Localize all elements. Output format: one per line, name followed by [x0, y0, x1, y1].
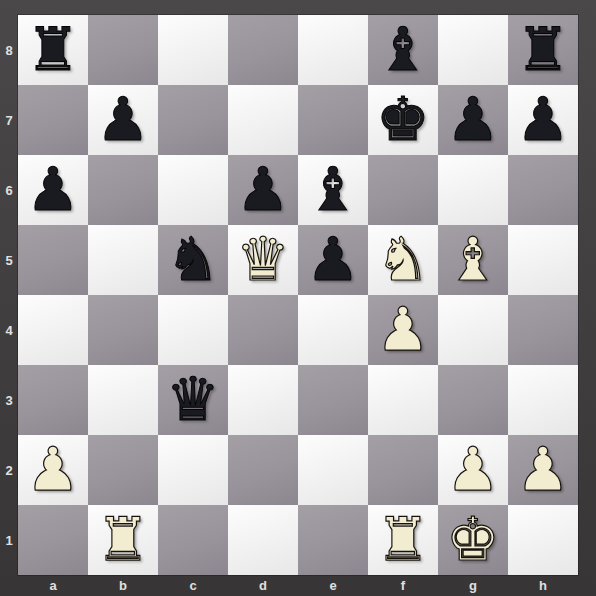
- square-c6[interactable]: [158, 155, 228, 225]
- piece-white-pawn[interactable]: ♟: [516, 439, 570, 502]
- piece-white-knight[interactable]: ♞: [376, 229, 430, 292]
- square-b5[interactable]: [88, 225, 158, 295]
- square-c8[interactable]: [158, 15, 228, 85]
- file-label-e: e: [298, 575, 368, 596]
- piece-black-king[interactable]: ♚: [376, 89, 430, 152]
- file-label-g: g: [438, 575, 508, 596]
- square-h3[interactable]: [508, 365, 578, 435]
- piece-black-pawn[interactable]: ♟: [26, 159, 80, 222]
- square-d2[interactable]: [228, 435, 298, 505]
- square-b7[interactable]: ♟: [88, 85, 158, 155]
- square-c7[interactable]: [158, 85, 228, 155]
- square-g7[interactable]: ♟: [438, 85, 508, 155]
- square-f4[interactable]: ♟: [368, 295, 438, 365]
- piece-black-queen[interactable]: ♛: [166, 369, 220, 432]
- square-f5[interactable]: ♞: [368, 225, 438, 295]
- square-d7[interactable]: [228, 85, 298, 155]
- square-f2[interactable]: [368, 435, 438, 505]
- file-label-a: a: [18, 575, 88, 596]
- square-d4[interactable]: [228, 295, 298, 365]
- square-g1[interactable]: ♚: [438, 505, 508, 575]
- rank-label-5: 5: [0, 225, 18, 295]
- square-g4[interactable]: [438, 295, 508, 365]
- square-e4[interactable]: [298, 295, 368, 365]
- square-a2[interactable]: ♟: [18, 435, 88, 505]
- chess-board-frame: 87654321 ♜♝♜♟♚♟♟♟♟♝♞♛♟♞♝♟♛♟♟♟♜♜♚ abcdefg…: [0, 0, 596, 596]
- square-h2[interactable]: ♟: [508, 435, 578, 505]
- square-h1[interactable]: [508, 505, 578, 575]
- piece-white-pawn[interactable]: ♟: [446, 439, 500, 502]
- piece-black-pawn[interactable]: ♟: [516, 89, 570, 152]
- piece-black-pawn[interactable]: ♟: [446, 89, 500, 152]
- square-d8[interactable]: [228, 15, 298, 85]
- piece-white-king[interactable]: ♚: [446, 509, 500, 572]
- square-g5[interactable]: ♝: [438, 225, 508, 295]
- square-h6[interactable]: [508, 155, 578, 225]
- square-f3[interactable]: [368, 365, 438, 435]
- piece-black-pawn[interactable]: ♟: [96, 89, 150, 152]
- piece-white-queen[interactable]: ♛: [236, 229, 290, 292]
- rank-label-3: 3: [0, 365, 18, 435]
- piece-black-knight[interactable]: ♞: [166, 229, 220, 292]
- rank-label-2: 2: [0, 435, 18, 505]
- square-e8[interactable]: [298, 15, 368, 85]
- piece-white-pawn[interactable]: ♟: [26, 439, 80, 502]
- piece-black-bishop[interactable]: ♝: [376, 19, 430, 82]
- piece-white-rook[interactable]: ♜: [376, 509, 430, 572]
- piece-black-rook[interactable]: ♜: [516, 19, 570, 82]
- rank-label-4: 4: [0, 295, 18, 365]
- square-e5[interactable]: ♟: [298, 225, 368, 295]
- file-label-f: f: [368, 575, 438, 596]
- piece-white-pawn[interactable]: ♟: [376, 299, 430, 362]
- square-e1[interactable]: [298, 505, 368, 575]
- file-label-d: d: [228, 575, 298, 596]
- piece-black-pawn[interactable]: ♟: [236, 159, 290, 222]
- square-h7[interactable]: ♟: [508, 85, 578, 155]
- file-label-b: b: [88, 575, 158, 596]
- piece-white-bishop[interactable]: ♝: [446, 229, 500, 292]
- square-c4[interactable]: [158, 295, 228, 365]
- square-b4[interactable]: [88, 295, 158, 365]
- rank-label-8: 8: [0, 15, 18, 85]
- square-d1[interactable]: [228, 505, 298, 575]
- square-e7[interactable]: [298, 85, 368, 155]
- square-f6[interactable]: [368, 155, 438, 225]
- square-d3[interactable]: [228, 365, 298, 435]
- square-c1[interactable]: [158, 505, 228, 575]
- rank-label-1: 1: [0, 505, 18, 575]
- square-e2[interactable]: [298, 435, 368, 505]
- rank-label-6: 6: [0, 155, 18, 225]
- square-g8[interactable]: [438, 15, 508, 85]
- square-c2[interactable]: [158, 435, 228, 505]
- file-label-c: c: [158, 575, 228, 596]
- piece-black-bishop[interactable]: ♝: [306, 159, 360, 222]
- chess-board: ♜♝♜♟♚♟♟♟♟♝♞♛♟♞♝♟♛♟♟♟♜♜♚: [18, 15, 578, 575]
- square-a3[interactable]: [18, 365, 88, 435]
- square-d5[interactable]: ♛: [228, 225, 298, 295]
- square-e6[interactable]: ♝: [298, 155, 368, 225]
- square-f8[interactable]: ♝: [368, 15, 438, 85]
- square-b1[interactable]: ♜: [88, 505, 158, 575]
- square-b6[interactable]: [88, 155, 158, 225]
- square-d6[interactable]: ♟: [228, 155, 298, 225]
- piece-black-rook[interactable]: ♜: [26, 19, 80, 82]
- square-h8[interactable]: ♜: [508, 15, 578, 85]
- square-a7[interactable]: [18, 85, 88, 155]
- square-a4[interactable]: [18, 295, 88, 365]
- piece-black-pawn[interactable]: ♟: [306, 229, 360, 292]
- square-e3[interactable]: [298, 365, 368, 435]
- square-f7[interactable]: ♚: [368, 85, 438, 155]
- file-labels: abcdefgh: [18, 575, 578, 596]
- piece-white-rook[interactable]: ♜: [96, 509, 150, 572]
- square-g3[interactable]: [438, 365, 508, 435]
- square-b3[interactable]: [88, 365, 158, 435]
- square-h5[interactable]: [508, 225, 578, 295]
- square-g6[interactable]: [438, 155, 508, 225]
- square-a1[interactable]: [18, 505, 88, 575]
- rank-labels: 87654321: [0, 15, 18, 575]
- square-b8[interactable]: [88, 15, 158, 85]
- square-b2[interactable]: [88, 435, 158, 505]
- square-a5[interactable]: [18, 225, 88, 295]
- square-h4[interactable]: [508, 295, 578, 365]
- square-c5[interactable]: ♞: [158, 225, 228, 295]
- rank-label-7: 7: [0, 85, 18, 155]
- square-g2[interactable]: ♟: [438, 435, 508, 505]
- square-f1[interactable]: ♜: [368, 505, 438, 575]
- square-a8[interactable]: ♜: [18, 15, 88, 85]
- square-c3[interactable]: ♛: [158, 365, 228, 435]
- square-a6[interactable]: ♟: [18, 155, 88, 225]
- file-label-h: h: [508, 575, 578, 596]
